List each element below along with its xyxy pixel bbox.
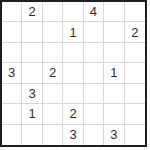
cell-r2c3[interactable]	[43, 22, 63, 42]
cell-r7c6[interactable]: 3	[104, 125, 124, 145]
cell-r6c5[interactable]	[84, 104, 104, 124]
cell-r7c5[interactable]	[84, 125, 104, 145]
cell-r4c7[interactable]	[125, 63, 145, 83]
cell-r4c5[interactable]	[84, 63, 104, 83]
cell-r3c2[interactable]	[22, 43, 42, 63]
cell-r6c2[interactable]: 1	[22, 104, 42, 124]
cell-r3c1[interactable]	[2, 43, 22, 63]
cell-r2c2[interactable]	[22, 22, 42, 42]
cell-r4c1[interactable]: 3	[2, 63, 22, 83]
cell-r7c1[interactable]	[2, 125, 22, 145]
cell-r5c6[interactable]	[104, 84, 124, 104]
cell-r7c7[interactable]	[125, 125, 145, 145]
cell-r5c7[interactable]	[125, 84, 145, 104]
cell-r3c5[interactable]	[84, 43, 104, 63]
cell-r4c4[interactable]	[63, 63, 83, 83]
cell-r6c7[interactable]	[125, 104, 145, 124]
cell-r6c1[interactable]	[2, 104, 22, 124]
cell-r3c4[interactable]	[63, 43, 83, 63]
cell-r7c4[interactable]: 3	[63, 125, 83, 145]
cell-r1c6[interactable]	[104, 2, 124, 22]
cell-r5c4[interactable]	[63, 84, 83, 104]
minesweeper-board: 241232131233	[0, 0, 147, 147]
cell-r2c7[interactable]: 2	[125, 22, 145, 42]
cell-r6c4[interactable]: 2	[63, 104, 83, 124]
cell-r5c2[interactable]: 3	[22, 84, 42, 104]
cell-r5c5[interactable]	[84, 84, 104, 104]
cell-r1c7[interactable]	[125, 2, 145, 22]
cell-r3c7[interactable]	[125, 43, 145, 63]
cell-r4c2[interactable]	[22, 63, 42, 83]
cell-r1c4[interactable]	[63, 2, 83, 22]
cell-r6c3[interactable]	[43, 104, 63, 124]
cell-r4c3[interactable]: 2	[43, 63, 63, 83]
cell-r5c3[interactable]	[43, 84, 63, 104]
cell-r1c3[interactable]	[43, 2, 63, 22]
cell-r2c5[interactable]	[84, 22, 104, 42]
cell-r7c3[interactable]	[43, 125, 63, 145]
cell-r4c6[interactable]: 1	[104, 63, 124, 83]
cell-r1c5[interactable]: 4	[84, 2, 104, 22]
cell-r6c6[interactable]	[104, 104, 124, 124]
cell-r2c6[interactable]	[104, 22, 124, 42]
cell-r7c2[interactable]	[22, 125, 42, 145]
cell-r3c3[interactable]	[43, 43, 63, 63]
cell-r1c2[interactable]: 2	[22, 2, 42, 22]
cell-r5c1[interactable]	[2, 84, 22, 104]
cell-r1c1[interactable]	[2, 2, 22, 22]
cell-r3c6[interactable]	[104, 43, 124, 63]
cell-r2c4[interactable]: 1	[63, 22, 83, 42]
cell-r2c1[interactable]	[2, 22, 22, 42]
